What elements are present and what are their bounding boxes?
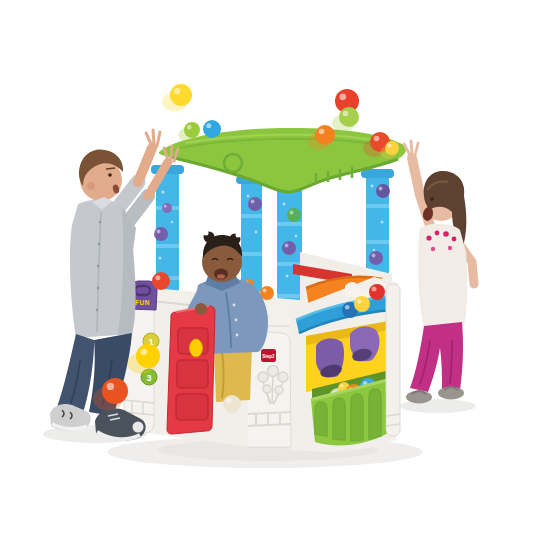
column-sparkles: [158, 185, 383, 278]
play-ball: [203, 120, 221, 138]
step2-logo-text: Step2: [262, 354, 275, 359]
play-ball: [223, 395, 241, 413]
play-ball: [184, 122, 200, 138]
play-ball: [248, 197, 262, 211]
play-ball: [154, 227, 168, 241]
play-ball: [315, 125, 335, 145]
balls-in-columns: [154, 184, 390, 265]
play-ball: [102, 378, 128, 404]
toddler-hand-on-door: [195, 303, 207, 315]
toddler-pants: [214, 346, 252, 402]
play-ball: [354, 296, 370, 312]
play-ball: [339, 107, 359, 127]
red-button: [369, 284, 385, 300]
boy-shoe-left: [50, 404, 91, 430]
hair-bow: [204, 231, 209, 236]
button-3-label: 3: [146, 373, 151, 383]
hair-bow: [236, 233, 241, 238]
girl-hand: [404, 141, 418, 155]
girl-eye: [430, 197, 433, 200]
play-ball: [369, 251, 383, 265]
mailbox-label: FUN: [135, 299, 150, 306]
door-knob: [190, 339, 203, 357]
play-ball: [136, 344, 160, 368]
play-ball: [152, 272, 170, 290]
boy-ear: [87, 182, 95, 190]
play-ball: [170, 84, 192, 106]
play-ball: [282, 241, 296, 255]
playhouse-scene: Three toddlers play with a white plastic…: [0, 0, 536, 536]
play-ball: [385, 141, 399, 155]
girl-top: [418, 224, 467, 330]
girl-pants: [410, 322, 463, 392]
boy-hand: [146, 130, 160, 146]
child-girl-right: [404, 141, 474, 404]
column-back-left: [241, 181, 262, 292]
red-door: [167, 303, 215, 434]
right-corner-post: [386, 284, 400, 436]
boy-forearm: [138, 148, 152, 182]
play-ball: [376, 184, 390, 198]
play-ball: [162, 203, 172, 213]
product-photo: Three toddlers play with a white plastic…: [0, 0, 536, 536]
column-cap: [361, 169, 394, 178]
boy-eye: [108, 173, 112, 177]
play-ball: [287, 208, 301, 222]
